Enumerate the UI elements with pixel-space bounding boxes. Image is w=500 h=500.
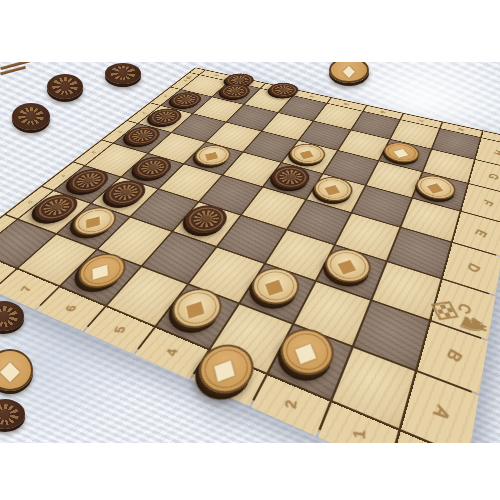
coordinate-label-2: 2 xyxy=(265,371,313,441)
coordinate-label-4: 4 xyxy=(143,324,197,383)
rosette-engraving-icon xyxy=(159,113,172,119)
off-board-piece-light-5[interactable]: ◆ xyxy=(0,349,33,391)
letterbox-top xyxy=(0,0,500,62)
diamond-engraving-icon: ◆ xyxy=(0,355,20,385)
off-board-piece-light-3[interactable]: ◆ xyxy=(329,62,369,83)
rosette-engraving-icon xyxy=(234,77,245,82)
checkers-board: 12345678AHBGCFDEEDFCGBHA87654321 ♛ ♞ ◆◆◆… xyxy=(0,67,500,443)
rosette-engraving-icon xyxy=(118,188,134,197)
rosette-engraving-icon xyxy=(136,132,150,139)
coordinate-label-1: 1 xyxy=(335,397,379,443)
rosette-engraving-icon xyxy=(278,87,289,92)
checkered-diamond-icon xyxy=(431,301,459,320)
cloth-background: 12345678AHBGCFDEEDFCGBHA87654321 ♛ ♞ ◆◆◆… xyxy=(0,62,500,443)
rosette-engraving-icon xyxy=(180,97,192,103)
crown-logo-icon: ♛ xyxy=(181,74,197,80)
off-board-piece-dark-0[interactable] xyxy=(47,74,83,99)
board-grid: 12345678AHBGCFDEEDFCGBHA87654321 xyxy=(0,68,500,443)
rosette-engraving-icon xyxy=(284,173,298,182)
letterbox-bottom xyxy=(0,443,500,500)
rosette-engraving-icon xyxy=(81,176,97,185)
off-board-piece-dark-2[interactable] xyxy=(12,103,50,130)
product-photo: 12345678AHBGCFDEEDFCGBHA87654321 ♛ ♞ ◆◆◆… xyxy=(0,0,500,500)
diamond-engraving-icon: ◆ xyxy=(343,62,355,80)
off-board-piece-dark-1[interactable] xyxy=(105,63,141,84)
rosette-engraving-icon xyxy=(229,88,241,93)
rosette-engraving-icon xyxy=(198,214,214,225)
rosette-engraving-icon xyxy=(48,202,65,212)
rosette-engraving-icon xyxy=(145,163,160,171)
off-board-piece-dark-6[interactable] xyxy=(0,399,25,429)
